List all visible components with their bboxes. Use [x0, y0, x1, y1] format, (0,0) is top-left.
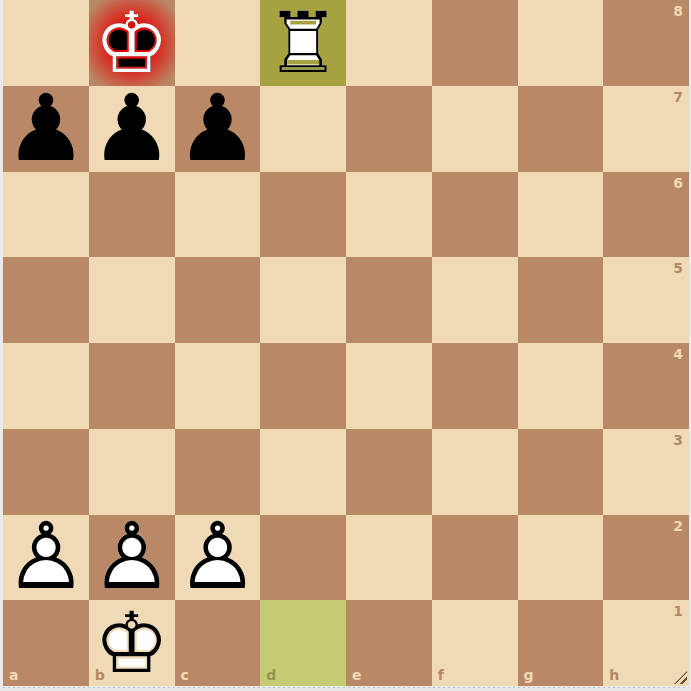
- square-a6[interactable]: [3, 172, 89, 258]
- square-c3[interactable]: [175, 429, 261, 515]
- square-h4[interactable]: 4: [603, 343, 689, 429]
- piece-black-king[interactable]: ♚♔: [89, 0, 175, 86]
- square-e2[interactable]: [346, 515, 432, 601]
- square-h8[interactable]: 8: [603, 0, 689, 86]
- square-d2[interactable]: [260, 515, 346, 601]
- square-h5[interactable]: 5: [603, 257, 689, 343]
- square-g5[interactable]: [518, 257, 604, 343]
- square-b5[interactable]: [89, 257, 175, 343]
- file-label-g: g: [524, 668, 534, 682]
- rank-label-7: 7: [673, 90, 683, 104]
- file-label-e: e: [352, 668, 362, 682]
- square-a5[interactable]: [3, 257, 89, 343]
- square-a8[interactable]: [3, 0, 89, 86]
- square-d1[interactable]: d: [260, 600, 346, 686]
- rank-label-3: 3: [673, 433, 683, 447]
- rank-label-4: 4: [673, 347, 683, 361]
- square-g4[interactable]: [518, 343, 604, 429]
- square-b8[interactable]: ♚♔: [89, 0, 175, 86]
- square-d8[interactable]: ♜♖: [260, 0, 346, 86]
- square-g7[interactable]: [518, 86, 604, 172]
- rank-label-5: 5: [673, 261, 683, 275]
- square-a2[interactable]: ♟♙: [3, 515, 89, 601]
- square-d4[interactable]: [260, 343, 346, 429]
- piece-white-king[interactable]: ♚♔: [89, 600, 175, 686]
- piece-black-pawn[interactable]: ♟: [89, 86, 175, 172]
- square-g8[interactable]: [518, 0, 604, 86]
- square-e4[interactable]: [346, 343, 432, 429]
- square-e8[interactable]: [346, 0, 432, 86]
- square-f5[interactable]: [432, 257, 518, 343]
- square-g2[interactable]: [518, 515, 604, 601]
- square-f3[interactable]: [432, 429, 518, 515]
- square-g1[interactable]: g: [518, 600, 604, 686]
- square-c8[interactable]: [175, 0, 261, 86]
- square-b7[interactable]: ♟: [89, 86, 175, 172]
- file-label-f: f: [438, 668, 444, 682]
- square-c6[interactable]: [175, 172, 261, 258]
- square-e3[interactable]: [346, 429, 432, 515]
- file-label-h: h: [609, 668, 619, 682]
- piece-black-pawn[interactable]: ♟: [175, 86, 261, 172]
- square-c2[interactable]: ♟♙: [175, 515, 261, 601]
- square-c7[interactable]: ♟: [175, 86, 261, 172]
- rank-label-6: 6: [673, 176, 683, 190]
- square-f6[interactable]: [432, 172, 518, 258]
- square-g3[interactable]: [518, 429, 604, 515]
- square-d5[interactable]: [260, 257, 346, 343]
- chess-board: ♚♔♜♖8♟♟♟76543♟♙♟♙♟♙2ab♚♔cdefg1h: [3, 0, 689, 686]
- square-c5[interactable]: [175, 257, 261, 343]
- piece-white-rook[interactable]: ♜♖: [260, 0, 346, 86]
- piece-white-pawn[interactable]: ♟♙: [89, 515, 175, 601]
- square-c4[interactable]: [175, 343, 261, 429]
- square-f4[interactable]: [432, 343, 518, 429]
- square-a4[interactable]: [3, 343, 89, 429]
- square-e7[interactable]: [346, 86, 432, 172]
- square-d7[interactable]: [260, 86, 346, 172]
- square-h6[interactable]: 6: [603, 172, 689, 258]
- square-e5[interactable]: [346, 257, 432, 343]
- square-a7[interactable]: ♟: [3, 86, 89, 172]
- page-background: ♚♔♜♖8♟♟♟76543♟♙♟♙♟♙2ab♚♔cdefg1h: [0, 0, 691, 691]
- square-h7[interactable]: 7: [603, 86, 689, 172]
- square-f8[interactable]: [432, 0, 518, 86]
- file-label-d: d: [266, 668, 276, 682]
- file-label-a: a: [9, 668, 18, 682]
- rank-label-1: 1: [673, 604, 683, 618]
- square-h1[interactable]: 1h: [603, 600, 689, 686]
- bottom-dotted-line: [3, 687, 689, 688]
- square-d6[interactable]: [260, 172, 346, 258]
- square-a3[interactable]: [3, 429, 89, 515]
- square-g6[interactable]: [518, 172, 604, 258]
- square-b4[interactable]: [89, 343, 175, 429]
- rank-label-8: 8: [673, 4, 683, 18]
- square-f2[interactable]: [432, 515, 518, 601]
- square-b2[interactable]: ♟♙: [89, 515, 175, 601]
- square-f7[interactable]: [432, 86, 518, 172]
- rank-label-2: 2: [673, 519, 683, 533]
- square-b1[interactable]: b♚♔: [89, 600, 175, 686]
- piece-white-pawn[interactable]: ♟♙: [175, 515, 261, 601]
- piece-black-pawn[interactable]: ♟: [3, 86, 89, 172]
- piece-white-pawn[interactable]: ♟♙: [3, 515, 89, 601]
- square-h3[interactable]: 3: [603, 429, 689, 515]
- square-b6[interactable]: [89, 172, 175, 258]
- square-f1[interactable]: f: [432, 600, 518, 686]
- square-d3[interactable]: [260, 429, 346, 515]
- file-label-c: c: [181, 668, 189, 682]
- square-a1[interactable]: a: [3, 600, 89, 686]
- square-c1[interactable]: c: [175, 600, 261, 686]
- square-b3[interactable]: [89, 429, 175, 515]
- square-h2[interactable]: 2: [603, 515, 689, 601]
- square-e1[interactable]: e: [346, 600, 432, 686]
- square-e6[interactable]: [346, 172, 432, 258]
